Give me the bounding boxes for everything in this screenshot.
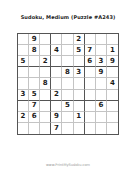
cell-r3c4[interactable] [51,56,62,67]
cell-r8c4[interactable]: 9 [51,112,62,123]
cell-r2c6[interactable]: 5 [74,45,85,56]
cell-r4c1[interactable] [18,67,29,78]
cell-r3c5[interactable] [62,56,73,67]
cell-r9c4[interactable]: 7 [51,123,62,134]
cell-r1c7[interactable] [85,34,96,45]
cell-r8c6[interactable]: 1 [74,112,85,123]
cell-r1c8[interactable] [96,34,107,45]
cell-r4c9[interactable] [107,67,118,78]
cell-r5c3[interactable]: 8 [40,78,51,89]
cell-r8c1[interactable]: 2 [18,112,29,123]
cell-r2c7[interactable]: 7 [85,45,96,56]
cell-r3c7[interactable]: 6 [85,56,96,67]
cell-r3c3[interactable]: 2 [40,56,51,67]
cell-r6c5[interactable] [62,90,73,101]
cell-r5c1[interactable] [18,78,29,89]
cell-r7c1[interactable] [18,101,29,112]
footer-url: www.PrintMySudoku.com [0,163,136,167]
cell-r6c4[interactable]: 2 [51,90,62,101]
cell-r6c1[interactable]: 3 [18,90,29,101]
cell-r7c3[interactable] [40,101,51,112]
cell-r8c9[interactable] [107,112,118,123]
cell-r8c5[interactable] [62,112,73,123]
cell-r9c3[interactable] [40,123,51,134]
cell-r2c3[interactable] [40,45,51,56]
cell-r4c5[interactable]: 8 [62,67,73,78]
cell-r7c5[interactable]: 5 [62,101,73,112]
cell-r6c7[interactable] [85,90,96,101]
cell-r4c8[interactable]: 9 [96,67,107,78]
cell-r1c5[interactable] [62,34,73,45]
cell-r3c1[interactable]: 5 [18,56,29,67]
sudoku-board: 9284571526398398435275626917 [17,33,119,135]
cell-r4c4[interactable] [51,67,62,78]
cell-r5c4[interactable] [51,78,62,89]
cell-r1c6[interactable]: 2 [74,34,85,45]
cell-r5c8[interactable] [96,78,107,89]
cell-r5c9[interactable]: 4 [107,78,118,89]
cell-r5c5[interactable] [62,78,73,89]
cell-r2c5[interactable] [62,45,73,56]
cell-r5c2[interactable] [29,78,40,89]
cell-r3c9[interactable]: 9 [107,56,118,67]
cell-r6c3[interactable] [40,90,51,101]
cell-r3c8[interactable]: 3 [96,56,107,67]
cell-r2c9[interactable]: 1 [107,45,118,56]
cell-r1c9[interactable] [107,34,118,45]
cell-r2c8[interactable] [96,45,107,56]
cell-r8c7[interactable] [85,112,96,123]
cell-r8c8[interactable] [96,112,107,123]
cell-r9c1[interactable] [18,123,29,134]
cell-r5c6[interactable] [74,78,85,89]
cell-r1c3[interactable] [40,34,51,45]
cell-r3c6[interactable] [74,56,85,67]
cell-r7c2[interactable]: 7 [29,101,40,112]
cell-r6c6[interactable] [74,90,85,101]
cell-r9c9[interactable] [107,123,118,134]
cell-r6c9[interactable] [107,90,118,101]
cell-r7c6[interactable] [74,101,85,112]
cell-r2c2[interactable]: 8 [29,45,40,56]
cell-r4c7[interactable] [85,67,96,78]
cell-r4c6[interactable]: 3 [74,67,85,78]
cell-r6c2[interactable]: 5 [29,90,40,101]
cell-r4c3[interactable] [40,67,51,78]
cell-r9c8[interactable] [96,123,107,134]
cell-r9c7[interactable] [85,123,96,134]
cell-r2c1[interactable] [18,45,29,56]
cell-r1c4[interactable] [51,34,62,45]
cell-r7c9[interactable] [107,101,118,112]
cell-r9c6[interactable] [74,123,85,134]
cell-r3c2[interactable] [29,56,40,67]
cell-r9c2[interactable] [29,123,40,134]
page-title: Sudoku, Medium (Puzzle #A243) [0,14,136,20]
cell-r7c8[interactable]: 6 [96,101,107,112]
cell-r8c3[interactable] [40,112,51,123]
cell-r4c2[interactable] [29,67,40,78]
cell-r8c2[interactable]: 6 [29,112,40,123]
cell-r1c1[interactable] [18,34,29,45]
cell-r7c4[interactable] [51,101,62,112]
cell-r1c2[interactable]: 9 [29,34,40,45]
cell-r9c5[interactable] [62,123,73,134]
cell-r6c8[interactable] [96,90,107,101]
cell-r2c4[interactable]: 4 [51,45,62,56]
cell-r7c7[interactable] [85,101,96,112]
cell-r5c7[interactable] [85,78,96,89]
